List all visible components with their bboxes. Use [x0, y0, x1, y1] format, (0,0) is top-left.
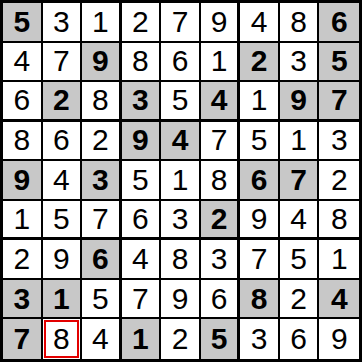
cell-r1c1[interactable]: 5	[3, 3, 43, 43]
cell-r6c9[interactable]: 8	[319, 201, 359, 241]
cell-r6c5[interactable]: 3	[161, 201, 201, 241]
cell-r7c4[interactable]: 4	[122, 240, 162, 280]
cell-r9c7[interactable]: 3	[240, 319, 280, 359]
cell-r2c1[interactable]: 4	[3, 43, 43, 83]
cell-r4c6[interactable]: 7	[201, 122, 241, 162]
cell-r9c8[interactable]: 6	[280, 319, 320, 359]
cell-r4c4[interactable]: 9	[122, 122, 162, 162]
cell-r2c7[interactable]: 2	[240, 43, 280, 83]
cell-r5c6[interactable]: 8	[201, 161, 241, 201]
cell-r1c8[interactable]: 8	[280, 3, 320, 43]
sudoku-board: 5312794864798612356283541978629475139435…	[0, 0, 362, 362]
cell-r8c1[interactable]: 3	[3, 280, 43, 320]
cell-r6c7[interactable]: 9	[240, 201, 280, 241]
cell-r7c8[interactable]: 5	[280, 240, 320, 280]
cell-r5c9[interactable]: 2	[319, 161, 359, 201]
cell-r5c4[interactable]: 5	[122, 161, 162, 201]
cell-r5c5[interactable]: 1	[161, 161, 201, 201]
cell-r3c1[interactable]: 6	[3, 82, 43, 122]
cell-r4c8[interactable]: 1	[280, 122, 320, 162]
cell-r6c1[interactable]: 1	[3, 201, 43, 241]
cell-r9c4[interactable]: 1	[122, 319, 162, 359]
cell-r5c1[interactable]: 9	[3, 161, 43, 201]
cell-r6c8[interactable]: 4	[280, 201, 320, 241]
cell-r1c7[interactable]: 4	[240, 3, 280, 43]
cell-r9c1[interactable]: 7	[3, 319, 43, 359]
cell-r4c9[interactable]: 3	[319, 122, 359, 162]
cell-r1c6[interactable]: 9	[201, 3, 241, 43]
cell-r8c8[interactable]: 2	[280, 280, 320, 320]
cell-r3c6[interactable]: 4	[201, 82, 241, 122]
cell-r7c2[interactable]: 9	[43, 240, 83, 280]
cell-r2c2[interactable]: 7	[43, 43, 83, 83]
cell-r7c3[interactable]: 6	[82, 240, 122, 280]
cell-r7c5[interactable]: 8	[161, 240, 201, 280]
cell-r8c5[interactable]: 9	[161, 280, 201, 320]
cell-r2c8[interactable]: 3	[280, 43, 320, 83]
cell-r4c5[interactable]: 4	[161, 122, 201, 162]
cell-r9c3[interactable]: 4	[82, 319, 122, 359]
cell-r3c2[interactable]: 2	[43, 82, 83, 122]
cell-r3c7[interactable]: 1	[240, 82, 280, 122]
cell-r1c2[interactable]: 3	[43, 3, 83, 43]
cell-r1c5[interactable]: 7	[161, 3, 201, 43]
cell-r2c4[interactable]: 8	[122, 43, 162, 83]
cell-r1c9[interactable]: 6	[319, 3, 359, 43]
cell-r2c6[interactable]: 1	[201, 43, 241, 83]
cell-r7c6[interactable]: 3	[201, 240, 241, 280]
cell-r3c9[interactable]: 7	[319, 82, 359, 122]
cell-r3c4[interactable]: 3	[122, 82, 162, 122]
cell-r5c2[interactable]: 4	[43, 161, 83, 201]
cell-r5c7[interactable]: 6	[240, 161, 280, 201]
cell-r8c7[interactable]: 8	[240, 280, 280, 320]
cell-r6c6[interactable]: 2	[201, 201, 241, 241]
cell-r2c5[interactable]: 6	[161, 43, 201, 83]
cell-r5c3[interactable]: 3	[82, 161, 122, 201]
cell-r5c8[interactable]: 7	[280, 161, 320, 201]
cell-r6c2[interactable]: 5	[43, 201, 83, 241]
cell-r4c7[interactable]: 5	[240, 122, 280, 162]
cell-r8c4[interactable]: 7	[122, 280, 162, 320]
cell-r9c9[interactable]: 9	[319, 319, 359, 359]
cell-r3c3[interactable]: 8	[82, 82, 122, 122]
cell-r4c2[interactable]: 6	[43, 122, 83, 162]
cell-r8c6[interactable]: 6	[201, 280, 241, 320]
cell-r2c9[interactable]: 5	[319, 43, 359, 83]
cell-r8c2[interactable]: 1	[43, 280, 83, 320]
cell-r3c8[interactable]: 9	[280, 82, 320, 122]
cell-r9c2[interactable]: 8	[43, 319, 83, 359]
cell-r6c3[interactable]: 7	[82, 201, 122, 241]
cell-r4c3[interactable]: 2	[82, 122, 122, 162]
cell-r7c7[interactable]: 7	[240, 240, 280, 280]
cell-r8c9[interactable]: 4	[319, 280, 359, 320]
cell-r3c5[interactable]: 5	[161, 82, 201, 122]
cell-r2c3[interactable]: 9	[82, 43, 122, 83]
cell-r7c1[interactable]: 2	[3, 240, 43, 280]
cell-r1c3[interactable]: 1	[82, 3, 122, 43]
cell-r1c4[interactable]: 2	[122, 3, 162, 43]
cell-r9c6[interactable]: 5	[201, 319, 241, 359]
cell-r7c9[interactable]: 1	[319, 240, 359, 280]
cell-r6c4[interactable]: 6	[122, 201, 162, 241]
cell-r9c5[interactable]: 2	[161, 319, 201, 359]
cell-r8c3[interactable]: 5	[82, 280, 122, 320]
cell-r4c1[interactable]: 8	[3, 122, 43, 162]
